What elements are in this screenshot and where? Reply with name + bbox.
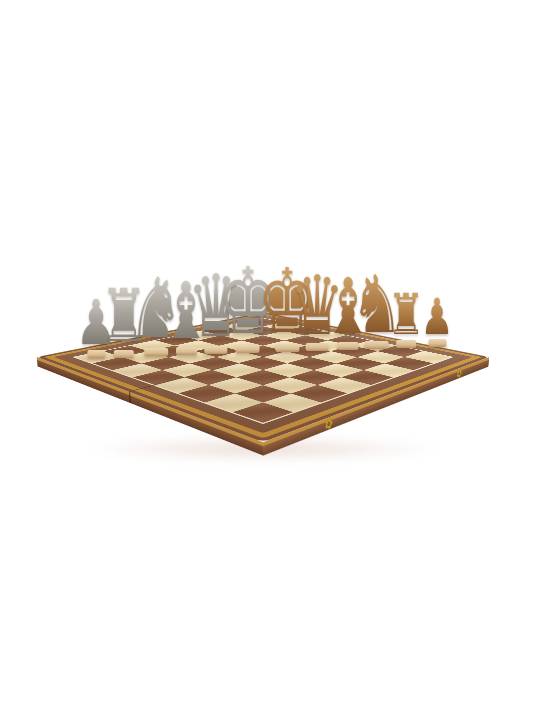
square-r8c8[interactable] [233,402,294,422]
bronze-rook-glyph: ♜ [387,286,425,343]
square-r7c6[interactable] [209,377,263,393]
square-r2c8[interactable] [384,357,433,370]
bronze-pawn-glyph: ♟ [420,292,453,342]
square-r4c7[interactable] [313,363,363,377]
square-r5c7[interactable] [289,370,341,385]
square-r4c8[interactable] [341,370,393,385]
square-r6c6[interactable] [237,370,289,385]
photo-stage: ✿✿ ♟♜♞♝♛♚♚♛♝♞♜♟ [0,0,540,720]
piece-bronze-pawn[interactable]: ♟ [420,305,453,347]
square-r5c8[interactable] [317,377,371,393]
square-r5c6[interactable] [263,363,313,377]
square-r3c8[interactable] [364,363,414,377]
square-r7c7[interactable] [235,385,291,402]
square-r8c6[interactable] [179,385,235,402]
square-r8c3[interactable] [112,363,162,377]
square-r7c4[interactable] [162,363,212,377]
board-scene: ✿✿ [0,0,540,720]
square-r4c6[interactable] [287,357,336,370]
square-r8c2[interactable] [93,357,142,370]
piece-bronze-rook[interactable]: ♜ [387,301,425,348]
square-r5c5[interactable] [239,357,288,370]
square-r6c5[interactable] [213,363,263,377]
square-r7c3[interactable] [142,357,191,370]
square-r8c5[interactable] [155,377,209,393]
square-r8c7[interactable] [205,393,263,412]
square-r3c7[interactable] [336,357,385,370]
square-r7c8[interactable] [263,393,321,412]
brass-hinge-1: ✿ [456,368,463,379]
brass-hinge-2: ✿ [324,417,334,431]
square-r8c4[interactable] [133,370,185,385]
square-r6c7[interactable] [263,377,317,393]
square-r6c4[interactable] [190,357,239,370]
square-r6c8[interactable] [291,385,347,402]
square-r7c5[interactable] [185,370,237,385]
